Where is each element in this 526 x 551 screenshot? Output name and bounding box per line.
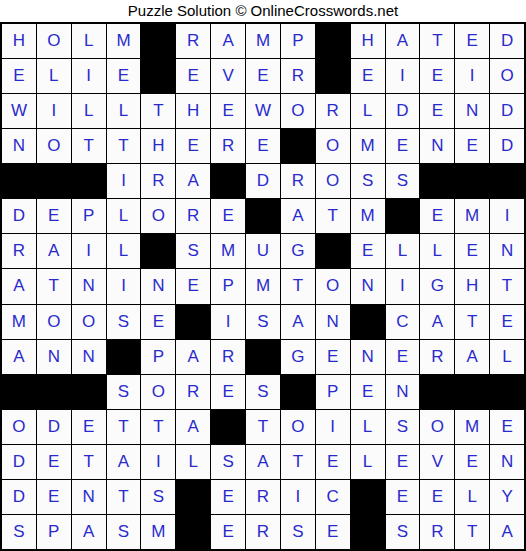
letter-cell-r8c7: P <box>211 269 245 303</box>
letter-cell-r3c11: L <box>351 94 385 128</box>
letter-cell-r12c15: E <box>490 410 524 444</box>
letter-cell-r13c3: T <box>72 445 106 479</box>
letter-cell-r7c1: R <box>2 234 36 268</box>
letter-cell-r15c14: T <box>455 515 489 549</box>
block-cell-r2c5 <box>141 59 175 93</box>
letter-cell-r8c12: I <box>386 269 420 303</box>
letter-cell-r9c12: C <box>386 305 420 339</box>
block-cell-r2c10 <box>316 59 350 93</box>
letter-cell-r4c5: H <box>141 129 175 163</box>
letter-cell-r12c5: T <box>141 410 175 444</box>
letter-cell-r14c1: D <box>2 480 36 514</box>
letter-cell-r12c8: T <box>246 410 280 444</box>
letter-cell-r3c14: N <box>455 94 489 128</box>
letter-cell-r6c4: L <box>107 199 141 233</box>
letter-cell-r12c1: O <box>2 410 36 444</box>
letter-cell-r12c14: M <box>455 410 489 444</box>
letter-cell-r4c12: E <box>386 129 420 163</box>
letter-cell-r10c11: N <box>351 340 385 374</box>
letter-cell-r4c13: N <box>420 129 454 163</box>
letter-cell-r14c7: E <box>211 480 245 514</box>
letter-cell-r3c4: L <box>107 94 141 128</box>
letter-cell-r6c3: P <box>72 199 106 233</box>
letter-cell-r3c12: D <box>386 94 420 128</box>
letter-cell-r11c7: E <box>211 375 245 409</box>
letter-cell-r1c12: A <box>386 24 420 58</box>
block-cell-r11c9 <box>281 375 315 409</box>
block-cell-r12c7 <box>211 410 245 444</box>
letter-cell-r3c13: E <box>420 94 454 128</box>
letter-cell-r2c14: I <box>455 59 489 93</box>
block-cell-r5c1 <box>2 164 36 198</box>
letter-cell-r8c4: I <box>107 269 141 303</box>
letter-cell-r8c9: T <box>281 269 315 303</box>
letter-cell-r3c2: I <box>37 94 71 128</box>
block-cell-r5c14 <box>455 164 489 198</box>
letter-cell-r7c9: G <box>281 234 315 268</box>
letter-cell-r15c15: A <box>490 515 524 549</box>
letter-cell-r6c1: D <box>2 199 36 233</box>
letter-cell-r4c6: E <box>176 129 210 163</box>
block-cell-r9c6 <box>176 305 210 339</box>
block-cell-r6c12 <box>386 199 420 233</box>
letter-cell-r13c2: E <box>37 445 71 479</box>
letter-cell-r8c13: G <box>420 269 454 303</box>
letter-cell-r14c10: C <box>316 480 350 514</box>
letter-cell-r12c10: I <box>316 410 350 444</box>
letter-cell-r15c2: P <box>37 515 71 549</box>
letter-cell-r9c3: O <box>72 305 106 339</box>
letter-cell-r12c12: S <box>386 410 420 444</box>
letter-cell-r5c8: D <box>246 164 280 198</box>
letter-cell-r5c10: O <box>316 164 350 198</box>
letter-cell-r10c2: N <box>37 340 71 374</box>
letter-cell-r2c8: E <box>246 59 280 93</box>
letter-cell-r15c12: S <box>386 515 420 549</box>
letter-cell-r13c1: D <box>2 445 36 479</box>
block-cell-r7c5 <box>141 234 175 268</box>
letter-cell-r9c14: T <box>455 305 489 339</box>
letter-cell-r4c2: O <box>37 129 71 163</box>
letter-cell-r6c5: O <box>141 199 175 233</box>
letter-cell-r2c11: E <box>351 59 385 93</box>
block-cell-r7c10 <box>316 234 350 268</box>
block-cell-r15c6 <box>176 515 210 549</box>
letter-cell-r14c4: T <box>107 480 141 514</box>
letter-cell-r11c10: P <box>316 375 350 409</box>
letter-cell-r4c14: E <box>455 129 489 163</box>
letter-cell-r14c9: I <box>281 480 315 514</box>
letter-cell-r2c12: I <box>386 59 420 93</box>
block-cell-r5c7 <box>211 164 245 198</box>
letter-cell-r7c6: S <box>176 234 210 268</box>
letter-cell-r1c7: A <box>211 24 245 58</box>
letter-cell-r9c2: O <box>37 305 71 339</box>
block-cell-r9c11 <box>351 305 385 339</box>
letter-cell-r13c15: N <box>490 445 524 479</box>
letter-cell-r4c11: M <box>351 129 385 163</box>
letter-cell-r3c8: W <box>246 94 280 128</box>
letter-cell-r6c10: T <box>316 199 350 233</box>
letter-cell-r3c1: W <box>2 94 36 128</box>
letter-cell-r9c13: A <box>420 305 454 339</box>
letter-cell-r4c4: T <box>107 129 141 163</box>
letter-cell-r10c9: G <box>281 340 315 374</box>
letter-cell-r1c3: L <box>72 24 106 58</box>
letter-cell-r4c7: R <box>211 129 245 163</box>
letter-cell-r9c10: N <box>316 305 350 339</box>
letter-cell-r3c10: R <box>316 94 350 128</box>
letter-cell-r2c3: I <box>72 59 106 93</box>
letter-cell-r14c12: E <box>386 480 420 514</box>
letter-cell-r13c4: A <box>107 445 141 479</box>
block-cell-r11c3 <box>72 375 106 409</box>
block-cell-r11c1 <box>2 375 36 409</box>
letter-cell-r4c3: T <box>72 129 106 163</box>
letter-cell-r2c4: E <box>107 59 141 93</box>
letter-cell-r11c4: S <box>107 375 141 409</box>
letter-cell-r7c11: E <box>351 234 385 268</box>
letter-cell-r2c9: R <box>281 59 315 93</box>
letter-cell-r13c8: A <box>246 445 280 479</box>
block-cell-r4c9 <box>281 129 315 163</box>
letter-cell-r10c7: R <box>211 340 245 374</box>
letter-cell-r4c1: N <box>2 129 36 163</box>
letter-cell-r8c15: T <box>490 269 524 303</box>
letter-cell-r2c13: E <box>420 59 454 93</box>
letter-cell-r13c13: V <box>420 445 454 479</box>
letter-cell-r10c3: N <box>72 340 106 374</box>
crossword-grid: HOLMRAMPHATEDELIEEVEREIEIOWILLTHEWORLDEN… <box>0 22 526 551</box>
letter-cell-r4c8: E <box>246 129 280 163</box>
letter-cell-r10c15: L <box>490 340 524 374</box>
letter-cell-r1c13: T <box>420 24 454 58</box>
letter-cell-r15c10: E <box>316 515 350 549</box>
letter-cell-r5c5: R <box>141 164 175 198</box>
letter-cell-r12c6: A <box>176 410 210 444</box>
letter-cell-r1c1: H <box>2 24 36 58</box>
letter-cell-r6c7: E <box>211 199 245 233</box>
letter-cell-r13c7: S <box>211 445 245 479</box>
letter-cell-r11c8: S <box>246 375 280 409</box>
letter-cell-r1c2: O <box>37 24 71 58</box>
letter-cell-r1c15: D <box>490 24 524 58</box>
letter-cell-r10c6: A <box>176 340 210 374</box>
letter-cell-r9c1: M <box>2 305 36 339</box>
letter-cell-r1c9: P <box>281 24 315 58</box>
letter-cell-r15c7: E <box>211 515 245 549</box>
letter-cell-r15c13: R <box>420 515 454 549</box>
puzzle-solution-page: Puzzle Solution © OnlineCrosswords.net H… <box>0 0 526 551</box>
letter-cell-r13c12: E <box>386 445 420 479</box>
letter-cell-r8c11: N <box>351 269 385 303</box>
letter-cell-r8c8: M <box>246 269 280 303</box>
letter-cell-r14c14: L <box>455 480 489 514</box>
letter-cell-r12c2: D <box>37 410 71 444</box>
letter-cell-r1c14: E <box>455 24 489 58</box>
letter-cell-r5c12: S <box>386 164 420 198</box>
letter-cell-r7c8: U <box>246 234 280 268</box>
letter-cell-r12c9: O <box>281 410 315 444</box>
letter-cell-r9c4: S <box>107 305 141 339</box>
letter-cell-r1c11: H <box>351 24 385 58</box>
letter-cell-r10c14: A <box>455 340 489 374</box>
block-cell-r1c10 <box>316 24 350 58</box>
letter-cell-r10c5: P <box>141 340 175 374</box>
letter-cell-r11c12: N <box>386 375 420 409</box>
block-cell-r15c11 <box>351 515 385 549</box>
block-cell-r5c3 <box>72 164 106 198</box>
block-cell-r5c2 <box>37 164 71 198</box>
letter-cell-r12c11: L <box>351 410 385 444</box>
letter-cell-r4c10: O <box>316 129 350 163</box>
letter-cell-r7c4: L <box>107 234 141 268</box>
letter-cell-r5c6: A <box>176 164 210 198</box>
block-cell-r1c5 <box>141 24 175 58</box>
letter-cell-r12c3: E <box>72 410 106 444</box>
letter-cell-r5c9: R <box>281 164 315 198</box>
letter-cell-r10c12: E <box>386 340 420 374</box>
letter-cell-r14c2: E <box>37 480 71 514</box>
letter-cell-r7c12: L <box>386 234 420 268</box>
letter-cell-r13c9: T <box>281 445 315 479</box>
letter-cell-r6c13: E <box>420 199 454 233</box>
letter-cell-r5c4: I <box>107 164 141 198</box>
letter-cell-r7c14: E <box>455 234 489 268</box>
letter-cell-r3c9: O <box>281 94 315 128</box>
letter-cell-r13c14: E <box>455 445 489 479</box>
letter-cell-r6c9: A <box>281 199 315 233</box>
letter-cell-r2c1: E <box>2 59 36 93</box>
block-cell-r6c8 <box>246 199 280 233</box>
letter-cell-r15c8: R <box>246 515 280 549</box>
block-cell-r10c4 <box>107 340 141 374</box>
letter-cell-r8c6: E <box>176 269 210 303</box>
letter-cell-r15c9: S <box>281 515 315 549</box>
block-cell-r14c11 <box>351 480 385 514</box>
letter-cell-r2c15: O <box>490 59 524 93</box>
letter-cell-r2c6: E <box>176 59 210 93</box>
letter-cell-r14c13: E <box>420 480 454 514</box>
letter-cell-r15c3: A <box>72 515 106 549</box>
letter-cell-r14c8: R <box>246 480 280 514</box>
letter-cell-r6c2: E <box>37 199 71 233</box>
block-cell-r11c13 <box>420 375 454 409</box>
page-title: Puzzle Solution © OnlineCrosswords.net <box>0 0 526 22</box>
letter-cell-r9c8: S <box>246 305 280 339</box>
block-cell-r5c15 <box>490 164 524 198</box>
letter-cell-r15c5: M <box>141 515 175 549</box>
letter-cell-r8c10: O <box>316 269 350 303</box>
block-cell-r10c8 <box>246 340 280 374</box>
letter-cell-r12c4: T <box>107 410 141 444</box>
block-cell-r14c6 <box>176 480 210 514</box>
letter-cell-r8c2: T <box>37 269 71 303</box>
letter-cell-r8c1: A <box>2 269 36 303</box>
letter-cell-r6c6: R <box>176 199 210 233</box>
letter-cell-r8c5: N <box>141 269 175 303</box>
letter-cell-r7c7: M <box>211 234 245 268</box>
letter-cell-r1c8: M <box>246 24 280 58</box>
letter-cell-r3c5: T <box>141 94 175 128</box>
letter-cell-r10c13: R <box>420 340 454 374</box>
letter-cell-r7c2: A <box>37 234 71 268</box>
block-cell-r5c13 <box>420 164 454 198</box>
letter-cell-r14c5: S <box>141 480 175 514</box>
letter-cell-r9c9: A <box>281 305 315 339</box>
letter-cell-r13c5: I <box>141 445 175 479</box>
block-cell-r11c15 <box>490 375 524 409</box>
letter-cell-r4c15: D <box>490 129 524 163</box>
letter-cell-r7c13: L <box>420 234 454 268</box>
letter-cell-r9c7: I <box>211 305 245 339</box>
letter-cell-r14c15: Y <box>490 480 524 514</box>
letter-cell-r3c6: H <box>176 94 210 128</box>
letter-cell-r5c11: S <box>351 164 385 198</box>
letter-cell-r15c4: S <box>107 515 141 549</box>
letter-cell-r9c5: E <box>141 305 175 339</box>
letter-cell-r10c1: A <box>2 340 36 374</box>
letter-cell-r1c6: R <box>176 24 210 58</box>
letter-cell-r11c11: E <box>351 375 385 409</box>
letter-cell-r10c10: E <box>316 340 350 374</box>
letter-cell-r6c15: I <box>490 199 524 233</box>
letter-cell-r6c14: M <box>455 199 489 233</box>
letter-cell-r8c3: N <box>72 269 106 303</box>
letter-cell-r12c13: O <box>420 410 454 444</box>
letter-cell-r3c15: D <box>490 94 524 128</box>
letter-cell-r8c14: H <box>455 269 489 303</box>
block-cell-r11c2 <box>37 375 71 409</box>
letter-cell-r14c3: N <box>72 480 106 514</box>
letter-cell-r13c10: E <box>316 445 350 479</box>
letter-cell-r15c1: S <box>2 515 36 549</box>
letter-cell-r11c5: O <box>141 375 175 409</box>
letter-cell-r7c15: N <box>490 234 524 268</box>
letter-cell-r11c6: R <box>176 375 210 409</box>
letter-cell-r2c2: L <box>37 59 71 93</box>
letter-cell-r9c15: E <box>490 305 524 339</box>
letter-cell-r7c3: I <box>72 234 106 268</box>
letter-cell-r3c3: L <box>72 94 106 128</box>
letter-cell-r2c7: V <box>211 59 245 93</box>
letter-cell-r13c6: L <box>176 445 210 479</box>
letter-cell-r13c11: L <box>351 445 385 479</box>
letter-cell-r6c11: M <box>351 199 385 233</box>
letter-cell-r1c4: M <box>107 24 141 58</box>
letter-cell-r3c7: E <box>211 94 245 128</box>
block-cell-r11c14 <box>455 375 489 409</box>
